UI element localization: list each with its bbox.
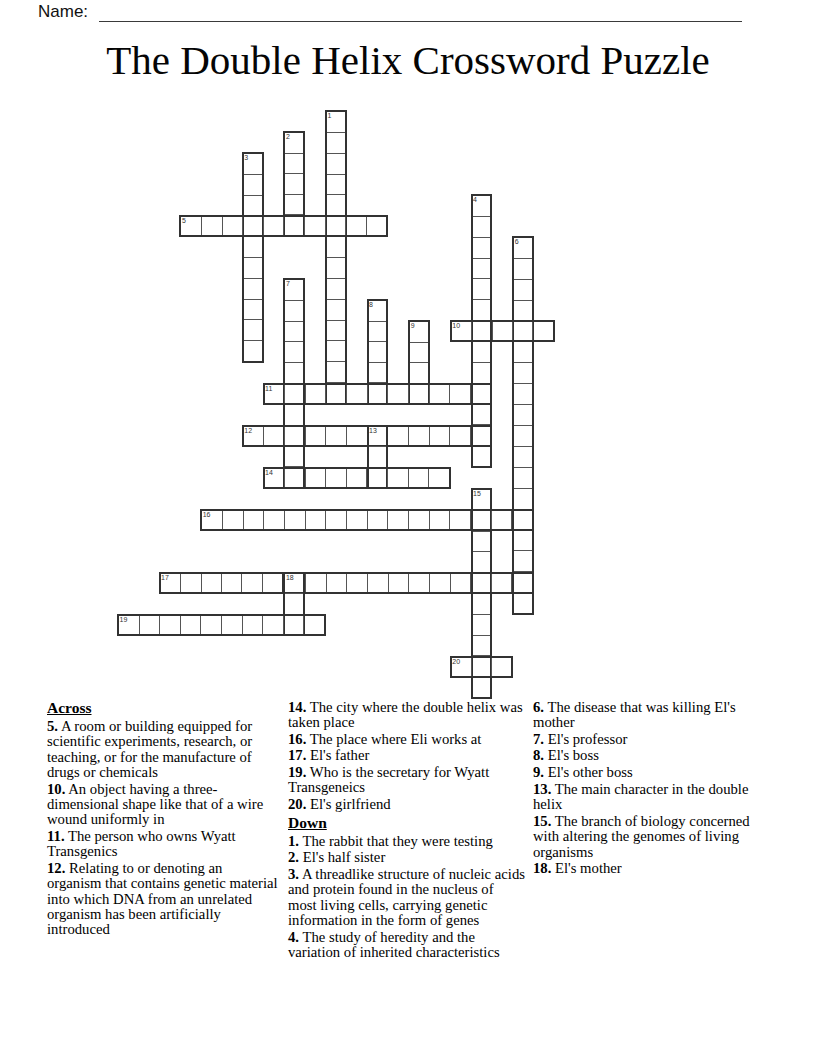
grid-cell[interactable] (387, 427, 408, 445)
clue-12: 12. Relating to or denoting an organism … (47, 861, 280, 937)
grid-cell[interactable] (408, 427, 429, 445)
clue-17: 17. El's father (288, 748, 525, 763)
grid-cell[interactable] (244, 236, 262, 257)
grid-cell[interactable] (244, 319, 262, 340)
clues-header-across: Across (47, 700, 280, 716)
word-18-across (283, 572, 534, 594)
grid-cell[interactable] (201, 217, 222, 235)
grid-cell[interactable] (327, 278, 345, 299)
grid-cell[interactable] (285, 133, 303, 153)
clue-1: 1. The rabbit that they were testing (288, 834, 525, 849)
clue-18: 18. El's mother (533, 861, 766, 876)
clue-10: 10. An object having a three-dimensional… (47, 782, 280, 828)
grid-cell[interactable] (429, 574, 450, 592)
grid-cell[interactable] (285, 341, 303, 362)
clues-section: Across5. A room or building equipped for… (47, 698, 769, 962)
grid-cell[interactable] (346, 469, 367, 487)
clue-20: 20. El's girlfriend (288, 797, 525, 812)
grid-cell[interactable] (369, 362, 387, 383)
grid-cell[interactable] (471, 322, 491, 340)
clues-column-1: Across5. A room or building equipped for… (47, 698, 280, 962)
grid-cell[interactable] (201, 574, 221, 592)
grid-cell[interactable] (473, 490, 491, 510)
grid-cell[interactable] (429, 385, 450, 403)
grid-cell[interactable] (346, 427, 367, 445)
clue-13: 13. The main character in the double hel… (533, 782, 766, 813)
grid-cell[interactable] (262, 574, 282, 592)
grid-cell[interactable] (283, 616, 304, 634)
grid-cell[interactable] (285, 321, 303, 342)
grid-cell[interactable] (492, 322, 512, 340)
grid-cell[interactable] (387, 511, 408, 529)
grid-cell[interactable] (346, 511, 367, 529)
grid-cell[interactable] (367, 574, 388, 592)
grid-cell[interactable] (285, 362, 303, 383)
grid-cell[interactable] (244, 427, 264, 445)
grid-cell[interactable] (327, 132, 345, 153)
clue-4: 4. The study of heredity and the variati… (288, 930, 525, 961)
grid-cell[interactable] (514, 362, 532, 383)
clue-14: 14. The city where the double helix was … (288, 700, 525, 731)
grid-cell[interactable] (180, 616, 201, 634)
word-17-across (159, 572, 285, 594)
word-19-across (117, 614, 326, 636)
grid-cell[interactable] (473, 593, 491, 614)
grid-cell[interactable] (387, 385, 408, 403)
grid-cell[interactable] (305, 385, 326, 403)
grid-cell[interactable] (450, 574, 471, 592)
word-10-across (450, 320, 555, 342)
grid-cell[interactable] (473, 258, 491, 279)
clue-15: 15. The branch of biology concerned with… (533, 814, 766, 860)
grid-cell[interactable] (410, 362, 428, 383)
grid-cell[interactable] (514, 467, 532, 488)
grid-cell[interactable] (473, 614, 491, 635)
grid-cell[interactable] (305, 469, 326, 487)
grid-cell[interactable] (514, 425, 532, 446)
grid-cell[interactable] (285, 574, 303, 593)
clue-16: 16. The place where Eli works at (288, 732, 525, 747)
grid-cell[interactable] (285, 445, 303, 466)
grid-cell[interactable] (305, 427, 326, 445)
grid-cell[interactable] (285, 404, 303, 425)
grid-cell[interactable] (244, 195, 262, 216)
grid-cell[interactable] (242, 217, 263, 235)
grid-cell[interactable] (325, 427, 346, 445)
name-fill-line[interactable] (99, 4, 742, 22)
clue-2: 2. El's half sister (288, 850, 525, 865)
grid-cell[interactable] (200, 616, 221, 634)
grid-cell[interactable] (243, 511, 264, 529)
grid-cell[interactable] (410, 322, 428, 342)
grid-cell[interactable] (285, 280, 303, 300)
grid-cell[interactable] (119, 616, 139, 634)
grid-cell[interactable] (244, 278, 262, 299)
grid-cell[interactable] (327, 236, 345, 257)
grid-cell[interactable] (452, 658, 471, 676)
clues-header-down: Down (288, 815, 525, 831)
grid-cell[interactable] (514, 341, 532, 362)
word-6-down (512, 236, 534, 615)
grid-cell[interactable] (471, 658, 491, 676)
grid-cell[interactable] (470, 574, 491, 592)
clue-5: 5. A room or building equipped for scien… (47, 719, 280, 780)
grid-cell[interactable] (410, 342, 428, 363)
grid-cell[interactable] (285, 173, 303, 194)
grid-cell[interactable] (514, 592, 532, 613)
grid-cell[interactable] (283, 217, 304, 235)
grid-cell[interactable] (221, 616, 242, 634)
grid-cell[interactable] (244, 257, 262, 278)
grid-cell[interactable] (514, 550, 532, 571)
grid-cell[interactable] (242, 616, 263, 634)
grid-cell[interactable] (327, 340, 345, 361)
puzzle-title: The Double Helix Crossword Puzzle (0, 38, 816, 83)
grid-cell[interactable] (244, 340, 262, 361)
word-3-down (242, 152, 264, 363)
grid-cell[interactable] (367, 385, 388, 403)
grid-cell[interactable] (366, 217, 387, 235)
grid-cell[interactable] (473, 196, 491, 216)
grid-cell[interactable] (491, 658, 511, 676)
grid-cell[interactable] (369, 446, 387, 466)
grid-cell[interactable] (284, 511, 305, 529)
word-1-down (325, 110, 347, 405)
grid-cell[interactable] (514, 404, 532, 425)
crossword-grid: 1234567891011121314151617181920 (117, 110, 554, 698)
worksheet-page: Name: The Double Helix Crossword Puzzle … (0, 0, 816, 1056)
grid-cell[interactable] (408, 574, 429, 592)
grid-cell[interactable] (325, 217, 346, 235)
clue-11: 11. The person who owns Wyatt Transgenic… (47, 829, 280, 860)
grid-cell[interactable] (263, 427, 284, 445)
grid-cell[interactable] (327, 112, 345, 132)
grid-cell[interactable] (244, 174, 262, 195)
grid-cell[interactable] (512, 322, 532, 340)
grid-cell[interactable] (327, 361, 345, 382)
grid-cell[interactable] (327, 257, 345, 278)
grid-cell[interactable] (304, 217, 325, 235)
grid-cell[interactable] (473, 531, 491, 552)
grid-cell[interactable] (327, 320, 345, 341)
grid-cell[interactable] (222, 217, 243, 235)
grid-cell[interactable] (327, 153, 345, 174)
clue-8: 8. El's boss (533, 748, 766, 763)
grid-cell[interactable] (473, 341, 491, 362)
grid-cell[interactable] (387, 469, 408, 487)
grid-cell[interactable] (285, 593, 303, 613)
grid-cell[interactable] (408, 385, 429, 403)
grid-cell[interactable] (491, 511, 512, 529)
grid-cell[interactable] (473, 445, 491, 466)
grid-cell[interactable] (285, 153, 303, 174)
grid-cell[interactable] (449, 511, 470, 529)
grid-cell[interactable] (449, 427, 470, 445)
grid-cell[interactable] (222, 511, 243, 529)
grid-cell[interactable] (473, 635, 491, 656)
grid-cell[interactable] (369, 301, 387, 321)
grid-cell[interactable] (473, 551, 491, 572)
grid-cell[interactable] (285, 300, 303, 321)
grid-cell[interactable] (449, 385, 470, 403)
grid-cell[interactable] (473, 237, 491, 258)
clue-7: 7. El's professor (533, 732, 766, 747)
grid-cell[interactable] (470, 385, 491, 403)
grid-cell[interactable] (511, 511, 532, 529)
grid-cell[interactable] (159, 616, 180, 634)
grid-cell[interactable] (470, 427, 491, 445)
grid-cell[interactable] (139, 616, 160, 634)
grid-cell[interactable] (325, 511, 346, 529)
grid-cell[interactable] (452, 322, 471, 340)
grid-cell[interactable] (285, 194, 303, 215)
grid-cell[interactable] (514, 279, 532, 300)
grid-cell[interactable] (514, 488, 532, 509)
grid-cell[interactable] (345, 217, 366, 235)
clue-3: 3. A threadlike structure of nucleic aci… (288, 867, 525, 928)
grid-cell[interactable] (265, 385, 285, 403)
grid-cell[interactable] (514, 258, 532, 279)
grid-cell[interactable] (325, 385, 346, 403)
grid-cell[interactable] (305, 574, 326, 592)
grid-cell[interactable] (473, 362, 491, 383)
clue-9: 9. El's other boss (533, 765, 766, 780)
grid-cell[interactable] (369, 427, 387, 446)
grid-cell[interactable] (325, 469, 346, 487)
grid-cell[interactable] (491, 574, 512, 592)
grid-cell[interactable] (263, 217, 284, 235)
grid-cell[interactable] (429, 427, 450, 445)
word-14-across (263, 467, 451, 489)
grid-cell[interactable] (514, 446, 532, 467)
grid-cell[interactable] (532, 322, 552, 340)
grid-cell[interactable] (366, 469, 387, 487)
word-20-across (450, 656, 513, 678)
word-11-across (263, 383, 493, 405)
grid-cell[interactable] (284, 469, 305, 487)
grid-cell[interactable] (514, 383, 532, 404)
grid-cell[interactable] (181, 217, 201, 235)
grid-cell[interactable] (326, 574, 347, 592)
grid-cell[interactable] (244, 154, 262, 174)
grid-cell[interactable] (346, 574, 367, 592)
grid-cell[interactable] (470, 511, 491, 529)
grid-cell[interactable] (429, 511, 450, 529)
grid-cell[interactable] (514, 300, 532, 321)
grid-cell[interactable] (408, 469, 429, 487)
grid-cell[interactable] (428, 469, 449, 487)
grid-cell[interactable] (262, 616, 283, 634)
grid-cell[interactable] (161, 574, 180, 592)
grid-cell[interactable] (388, 574, 409, 592)
grid-cell[interactable] (265, 469, 285, 487)
clues-column-3: 6. The disease that was killing El's mot… (533, 698, 766, 962)
grid-cell[interactable] (514, 238, 532, 258)
grid-cell[interactable] (263, 511, 284, 529)
grid-cell[interactable] (473, 403, 491, 424)
word-5-across (179, 215, 388, 237)
grid-cell[interactable] (327, 299, 345, 320)
grid-cell[interactable] (346, 385, 367, 403)
grid-cell[interactable] (511, 574, 532, 592)
clues-column-2: 14. The city where the double helix was … (288, 698, 525, 962)
grid-cell[interactable] (284, 427, 305, 445)
grid-cell[interactable] (473, 676, 491, 697)
clue-19: 19. Who is the secretary for Wyatt Trans… (288, 765, 525, 796)
grid-cell[interactable] (327, 174, 345, 195)
grid-cell[interactable] (202, 511, 222, 529)
grid-cell[interactable] (369, 341, 387, 362)
grid-cell[interactable] (327, 194, 345, 215)
grid-cell[interactable] (473, 299, 491, 320)
grid-cell[interactable] (180, 574, 200, 592)
clue-6: 6. The disease that was killing El's mot… (533, 700, 766, 731)
grid-cell[interactable] (303, 616, 324, 634)
grid-cell[interactable] (305, 511, 326, 529)
grid-cell[interactable] (473, 216, 491, 237)
grid-cell[interactable] (369, 321, 387, 342)
grid-cell[interactable] (408, 511, 429, 529)
grid-cell[interactable] (473, 278, 491, 299)
grid-cell[interactable] (244, 299, 262, 320)
grid-cell[interactable] (221, 574, 241, 592)
grid-cell[interactable] (241, 574, 261, 592)
grid-cell[interactable] (514, 529, 532, 550)
name-label: Name: (38, 2, 88, 22)
word-16-across (200, 509, 534, 531)
grid-cell[interactable] (284, 385, 305, 403)
grid-cell[interactable] (367, 511, 388, 529)
